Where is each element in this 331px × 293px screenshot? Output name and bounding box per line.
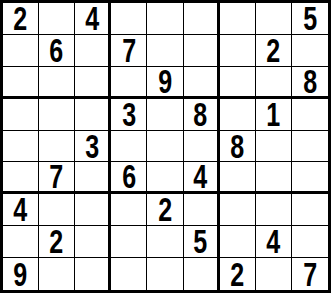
cell-r2c9[interactable] <box>292 35 328 67</box>
cell-r1c5[interactable] <box>147 3 183 35</box>
cell-r4c6: 8 <box>184 99 220 131</box>
cell-r1c3: 4 <box>75 3 111 35</box>
cell-r8c9[interactable] <box>292 226 328 258</box>
cell-r8c2: 2 <box>39 226 75 258</box>
cell-r8c8: 4 <box>256 226 292 258</box>
given-digit: 4 <box>85 3 99 35</box>
cell-r4c8: 1 <box>256 99 292 131</box>
cell-r7c8[interactable] <box>256 194 292 226</box>
cell-r2c3[interactable] <box>75 35 111 67</box>
cell-r1c8[interactable] <box>256 3 292 35</box>
cell-r8c4[interactable] <box>111 226 147 258</box>
given-digit: 6 <box>50 35 64 67</box>
cell-r7c1: 4 <box>3 194 39 226</box>
given-digit: 2 <box>14 3 28 35</box>
cell-r9c2[interactable] <box>39 258 75 290</box>
sudoku-board: 245672983813876442254927 <box>0 0 331 293</box>
cell-r4c1[interactable] <box>3 99 39 131</box>
given-digit: 7 <box>122 35 136 67</box>
sudoku-page: 245672983813876442254927 <box>0 0 331 293</box>
cell-r7c9[interactable] <box>292 194 328 226</box>
cell-r6c6: 4 <box>184 162 220 194</box>
cell-r8c6: 5 <box>184 226 220 258</box>
cell-r7c4[interactable] <box>111 194 147 226</box>
given-digit: 9 <box>158 67 172 98</box>
cell-r1c7[interactable] <box>220 3 256 35</box>
given-digit: 1 <box>266 99 280 131</box>
given-digit: 2 <box>266 35 280 67</box>
cell-r5c7: 8 <box>220 131 256 163</box>
cell-r5c2[interactable] <box>39 131 75 163</box>
cell-r5c3: 3 <box>75 131 111 163</box>
cell-r5c4[interactable] <box>111 131 147 163</box>
cell-r1c6[interactable] <box>184 3 220 35</box>
cell-r4c4: 3 <box>111 99 147 131</box>
cell-r6c7[interactable] <box>220 162 256 194</box>
cell-r3c1[interactable] <box>3 67 39 99</box>
cell-r1c4[interactable] <box>111 3 147 35</box>
given-digit: 8 <box>230 131 244 163</box>
given-digit: 5 <box>303 3 317 35</box>
cell-r9c9: 7 <box>292 258 328 290</box>
cell-r2c6[interactable] <box>184 35 220 67</box>
cell-r9c6[interactable] <box>184 258 220 290</box>
cell-r3c4[interactable] <box>111 67 147 99</box>
cell-r5c6[interactable] <box>184 131 220 163</box>
cell-r4c5[interactable] <box>147 99 183 131</box>
cell-r3c8[interactable] <box>256 67 292 99</box>
cell-r9c1: 9 <box>3 258 39 290</box>
given-digit: 7 <box>50 162 64 193</box>
given-digit: 4 <box>14 194 28 226</box>
cell-r3c3[interactable] <box>75 67 111 99</box>
cell-r8c7[interactable] <box>220 226 256 258</box>
cell-r6c8[interactable] <box>256 162 292 194</box>
cell-r2c8: 2 <box>256 35 292 67</box>
cell-r1c9: 5 <box>292 3 328 35</box>
given-digit: 3 <box>122 99 136 131</box>
cell-r2c2: 6 <box>39 35 75 67</box>
cell-r6c2: 7 <box>39 162 75 194</box>
cell-r5c1[interactable] <box>3 131 39 163</box>
cell-r4c9[interactable] <box>292 99 328 131</box>
cell-r5c9[interactable] <box>292 131 328 163</box>
cell-r3c9: 8 <box>292 67 328 99</box>
cell-r8c1[interactable] <box>3 226 39 258</box>
cell-r9c7: 2 <box>220 258 256 290</box>
cell-r8c5[interactable] <box>147 226 183 258</box>
cell-r7c5: 2 <box>147 194 183 226</box>
cell-r6c5[interactable] <box>147 162 183 194</box>
given-digit: 3 <box>85 131 99 163</box>
cell-r6c3[interactable] <box>75 162 111 194</box>
cell-r9c5[interactable] <box>147 258 183 290</box>
cell-r3c7[interactable] <box>220 67 256 99</box>
given-digit: 5 <box>193 226 207 258</box>
cell-r7c2[interactable] <box>39 194 75 226</box>
given-digit: 6 <box>122 162 136 193</box>
given-digit: 7 <box>303 258 317 290</box>
cell-r7c6[interactable] <box>184 194 220 226</box>
cell-r1c2[interactable] <box>39 3 75 35</box>
cell-r7c7[interactable] <box>220 194 256 226</box>
given-digit: 2 <box>50 226 64 258</box>
cell-r8c3[interactable] <box>75 226 111 258</box>
cell-r9c8[interactable] <box>256 258 292 290</box>
cell-r2c4: 7 <box>111 35 147 67</box>
cell-r9c4[interactable] <box>111 258 147 290</box>
given-digit: 8 <box>303 67 317 98</box>
cell-r5c8[interactable] <box>256 131 292 163</box>
cell-r3c2[interactable] <box>39 67 75 99</box>
cell-r9c3[interactable] <box>75 258 111 290</box>
cell-r3c6[interactable] <box>184 67 220 99</box>
cell-r4c3[interactable] <box>75 99 111 131</box>
cell-r4c7[interactable] <box>220 99 256 131</box>
cell-r2c1[interactable] <box>3 35 39 67</box>
given-digit: 9 <box>14 258 28 290</box>
cell-r5c5[interactable] <box>147 131 183 163</box>
given-digit: 2 <box>158 194 172 226</box>
cell-r6c4: 6 <box>111 162 147 194</box>
cell-r7c3[interactable] <box>75 194 111 226</box>
cell-r2c7[interactable] <box>220 35 256 67</box>
cell-r1c1: 2 <box>3 3 39 35</box>
cell-r2c5[interactable] <box>147 35 183 67</box>
given-digit: 4 <box>266 226 280 258</box>
cell-r6c9[interactable] <box>292 162 328 194</box>
cell-r3c5: 9 <box>147 67 183 99</box>
cell-r4c2[interactable] <box>39 99 75 131</box>
given-digit: 2 <box>230 258 244 290</box>
given-digit: 8 <box>193 99 207 131</box>
given-digit: 4 <box>193 162 207 193</box>
cell-r6c1[interactable] <box>3 162 39 194</box>
